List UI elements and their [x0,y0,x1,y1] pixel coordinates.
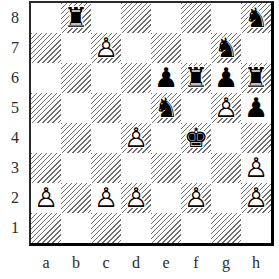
square-b4 [61,123,91,153]
piece-glyph: ♟ [151,63,181,93]
file-label-h: h [241,252,271,274]
piece-outline-layer: ♙ [181,183,211,213]
piece-white-pawn: ♟♙ [91,183,121,213]
piece-black-pawn: ♟ [151,63,181,93]
square-h5: ♟ [241,93,271,123]
piece-glyph: ♞ [241,3,271,33]
rank-label-6: 6 [0,63,28,93]
square-g3 [211,153,241,183]
piece-black-king: ♚ [181,123,211,153]
square-h7 [241,33,271,63]
square-c4 [91,123,121,153]
square-a6 [31,63,61,93]
piece-white-pawn: ♟♙ [91,33,121,63]
square-h1 [241,213,271,243]
piece-white-pawn: ♟♙ [31,183,61,213]
piece-white-pawn: ♟♙ [241,153,271,183]
square-e4 [151,123,181,153]
square-g1 [211,213,241,243]
piece-outline-layer: ♙ [121,123,151,153]
square-f1 [181,213,211,243]
square-b8: ♜ [61,3,91,33]
board-frame: ♜♞♟♙♞♟♜♟♜♞♟♙♟♟♙♚♟♙♟♙♟♙♟♙♟♙♟♙ [29,1,274,246]
piece-white-pawn: ♟♙ [241,183,271,213]
file-label-d: d [121,252,151,274]
square-c7: ♟♙ [91,33,121,63]
rank-label-8: 8 [0,3,28,33]
square-f8 [181,3,211,33]
file-label-e: e [151,252,181,274]
piece-outline-layer: ♙ [241,153,271,183]
rank-label-1: 1 [0,213,28,243]
rank-label-5: 5 [0,93,28,123]
piece-black-rook: ♜ [241,63,271,93]
rank-label-2: 2 [0,183,28,213]
square-g4 [211,123,241,153]
rank-labels: 87654321 [0,3,28,243]
piece-outline-layer: ♙ [91,33,121,63]
square-e6: ♟ [151,63,181,93]
piece-black-knight: ♞ [151,93,181,123]
file-label-c: c [91,252,121,274]
square-b5 [61,93,91,123]
square-g7: ♞ [211,33,241,63]
piece-black-rook: ♜ [181,63,211,93]
rank-label-4: 4 [0,123,28,153]
square-c5 [91,93,121,123]
square-b3 [61,153,91,183]
file-labels: abcdefgh [31,252,271,274]
piece-glyph: ♞ [151,93,181,123]
square-c3 [91,153,121,183]
square-f7 [181,33,211,63]
piece-glyph: ♚ [181,123,211,153]
square-c2: ♟♙ [91,183,121,213]
piece-white-pawn: ♟♙ [121,123,151,153]
square-e1 [151,213,181,243]
piece-glyph: ♜ [181,63,211,93]
square-a7 [31,33,61,63]
square-h8: ♞ [241,3,271,33]
square-g6: ♟ [211,63,241,93]
square-d8 [121,3,151,33]
square-d4: ♟♙ [121,123,151,153]
file-label-b: b [61,252,91,274]
square-b7 [61,33,91,63]
square-f2: ♟♙ [181,183,211,213]
square-h3: ♟♙ [241,153,271,183]
square-d5 [121,93,151,123]
rank-label-7: 7 [0,33,28,63]
piece-black-knight: ♞ [241,3,271,33]
square-g2 [211,183,241,213]
square-a5 [31,93,61,123]
piece-black-pawn: ♟ [241,93,271,123]
square-a3 [31,153,61,183]
piece-glyph: ♜ [61,3,91,33]
file-label-a: a [31,252,61,274]
rank-label-3: 3 [0,153,28,183]
square-d6 [121,63,151,93]
square-f4: ♚ [181,123,211,153]
square-f6: ♜ [181,63,211,93]
square-d1 [121,213,151,243]
square-e8 [151,3,181,33]
square-b1 [61,213,91,243]
square-b2 [61,183,91,213]
square-f5 [181,93,211,123]
square-c1 [91,213,121,243]
square-e3 [151,153,181,183]
piece-black-rook: ♜ [61,3,91,33]
piece-glyph: ♞ [211,33,241,63]
piece-white-pawn: ♟♙ [211,93,241,123]
square-a4 [31,123,61,153]
square-h2: ♟♙ [241,183,271,213]
square-d7 [121,33,151,63]
piece-outline-layer: ♙ [211,93,241,123]
square-g5: ♟♙ [211,93,241,123]
chess-board: ♜♞♟♙♞♟♜♟♜♞♟♙♟♟♙♚♟♙♟♙♟♙♟♙♟♙♟♙ [31,3,271,243]
chess-diagram: 87654321 ♜♞♟♙♞♟♜♟♜♞♟♙♟♟♙♚♟♙♟♙♟♙♟♙♟♙♟♙ ab… [0,0,279,279]
piece-glyph: ♜ [241,63,271,93]
piece-glyph: ♟ [211,63,241,93]
square-c8 [91,3,121,33]
piece-white-pawn: ♟♙ [121,183,151,213]
square-d2: ♟♙ [121,183,151,213]
square-a8 [31,3,61,33]
piece-black-knight: ♞ [211,33,241,63]
square-e2 [151,183,181,213]
piece-black-pawn: ♟ [211,63,241,93]
square-b6 [61,63,91,93]
file-label-f: f [181,252,211,274]
piece-glyph: ♟ [241,93,271,123]
piece-white-pawn: ♟♙ [181,183,211,213]
piece-outline-layer: ♙ [91,183,121,213]
square-c6 [91,63,121,93]
piece-outline-layer: ♙ [121,183,151,213]
square-e5: ♞ [151,93,181,123]
file-label-g: g [211,252,241,274]
square-a1 [31,213,61,243]
square-e7 [151,33,181,63]
square-a2: ♟♙ [31,183,61,213]
piece-outline-layer: ♙ [241,183,271,213]
square-d3 [121,153,151,183]
piece-outline-layer: ♙ [31,183,61,213]
square-h6: ♜ [241,63,271,93]
square-g8 [211,3,241,33]
square-f3 [181,153,211,183]
square-h4 [241,123,271,153]
